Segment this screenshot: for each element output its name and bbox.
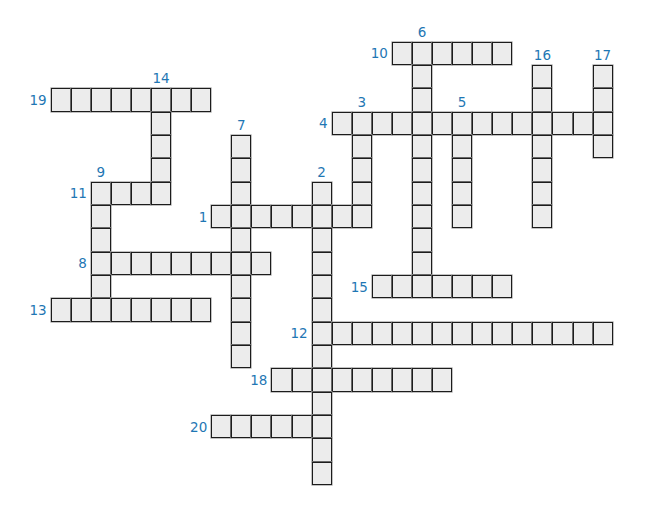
grid-cell-r6c24[interactable] [532, 182, 552, 205]
clue-number-14-down: 14 [141, 70, 181, 86]
grid-cell-r14c19[interactable] [432, 368, 452, 391]
grid-cell-r12c20[interactable] [452, 322, 472, 345]
grid-cell-r0c19[interactable] [432, 42, 452, 65]
grid-cell-r3c21[interactable] [472, 112, 492, 135]
grid-cell-r2c2[interactable] [91, 88, 111, 111]
grid-cell-r9c3[interactable] [111, 252, 131, 275]
grid-cell-r3c17[interactable] [392, 112, 412, 135]
grid-cell-r13c9[interactable] [231, 345, 251, 368]
grid-cell-r7c2[interactable] [91, 205, 111, 228]
grid-cell-r6c9[interactable] [231, 182, 251, 205]
grid-cell-r12c27[interactable] [593, 322, 613, 345]
grid-cell-r12c15[interactable] [352, 322, 372, 345]
grid-cell-r4c27[interactable] [593, 135, 613, 158]
clue-number-8-across: 8 [47, 255, 87, 271]
grid-cell-r8c2[interactable] [91, 228, 111, 251]
grid-cell-r9c13[interactable] [312, 252, 332, 275]
grid-cell-r3c20[interactable] [452, 112, 472, 135]
grid-cell-r7c20[interactable] [452, 205, 472, 228]
clue-number-20-across: 20 [167, 419, 207, 435]
grid-cell-r3c16[interactable] [372, 112, 392, 135]
grid-cell-r7c15[interactable] [352, 205, 372, 228]
grid-cell-r16c10[interactable] [251, 415, 271, 438]
grid-cell-r6c3[interactable] [111, 182, 131, 205]
clue-number-15-across: 15 [328, 279, 368, 295]
grid-cell-r9c4[interactable] [131, 252, 151, 275]
clue-number-1-across: 1 [167, 209, 207, 225]
grid-cell-r7c8[interactable] [211, 205, 231, 228]
clue-number-9-down: 9 [81, 164, 121, 180]
grid-cell-r7c9[interactable] [231, 205, 251, 228]
grid-cell-r10c22[interactable] [492, 275, 512, 298]
grid-cell-r7c12[interactable] [292, 205, 312, 228]
grid-cell-r14c15[interactable] [352, 368, 372, 391]
grid-cell-r9c8[interactable] [211, 252, 231, 275]
grid-cell-r11c2[interactable] [91, 298, 111, 321]
grid-cell-r7c24[interactable] [532, 205, 552, 228]
grid-cell-r12c19[interactable] [432, 322, 452, 345]
grid-cell-r5c18[interactable] [412, 158, 432, 181]
grid-cell-r6c13[interactable] [312, 182, 332, 205]
grid-cell-r0c22[interactable] [492, 42, 512, 65]
grid-cell-r9c2[interactable] [91, 252, 111, 275]
crossword-board: 1234567891011121314151617181920 [0, 0, 652, 510]
grid-cell-r3c5[interactable] [151, 112, 171, 135]
grid-cell-r3c25[interactable] [552, 112, 572, 135]
grid-cell-r12c13[interactable] [312, 322, 332, 345]
grid-cell-r11c3[interactable] [111, 298, 131, 321]
grid-cell-r12c18[interactable] [412, 322, 432, 345]
grid-cell-r10c20[interactable] [452, 275, 472, 298]
grid-cell-r12c26[interactable] [573, 322, 593, 345]
grid-cell-r16c12[interactable] [292, 415, 312, 438]
grid-cell-r14c11[interactable] [271, 368, 291, 391]
grid-cell-r12c14[interactable] [332, 322, 352, 345]
grid-cell-r11c1[interactable] [71, 298, 91, 321]
grid-cell-r12c21[interactable] [472, 322, 492, 345]
grid-cell-r2c4[interactable] [131, 88, 151, 111]
grid-cell-r12c17[interactable] [392, 322, 412, 345]
grid-cell-r7c11[interactable] [271, 205, 291, 228]
clue-number-17-down: 17 [583, 47, 623, 63]
grid-cell-r17c13[interactable] [312, 438, 332, 461]
grid-cell-r4c20[interactable] [452, 135, 472, 158]
grid-cell-r2c1[interactable] [71, 88, 91, 111]
grid-cell-r10c16[interactable] [372, 275, 392, 298]
grid-cell-r4c18[interactable] [412, 135, 432, 158]
grid-cell-r11c9[interactable] [231, 298, 251, 321]
grid-cell-r2c7[interactable] [191, 88, 211, 111]
grid-cell-r2c6[interactable] [171, 88, 191, 111]
grid-cell-r16c8[interactable] [211, 415, 231, 438]
grid-cell-r3c27[interactable] [593, 112, 613, 135]
grid-cell-r1c24[interactable] [532, 65, 552, 88]
grid-cell-r10c9[interactable] [231, 275, 251, 298]
grid-cell-r1c18[interactable] [412, 65, 432, 88]
clue-number-16-down: 16 [522, 47, 562, 63]
grid-cell-r14c13[interactable] [312, 368, 332, 391]
grid-cell-r3c24[interactable] [532, 112, 552, 135]
grid-cell-r4c24[interactable] [532, 135, 552, 158]
clue-number-19-across: 19 [7, 92, 47, 108]
grid-cell-r3c26[interactable] [573, 112, 593, 135]
grid-cell-r9c18[interactable] [412, 252, 432, 275]
grid-cell-r3c23[interactable] [512, 112, 532, 135]
grid-cell-r6c2[interactable] [91, 182, 111, 205]
clue-number-10-across: 10 [348, 45, 388, 61]
grid-cell-r10c19[interactable] [432, 275, 452, 298]
grid-cell-r16c9[interactable] [231, 415, 251, 438]
grid-cell-r4c9[interactable] [231, 135, 251, 158]
grid-cell-r7c10[interactable] [251, 205, 271, 228]
grid-cell-r11c4[interactable] [131, 298, 151, 321]
grid-cell-r4c15[interactable] [352, 135, 372, 158]
grid-cell-r12c9[interactable] [231, 322, 251, 345]
grid-cell-r6c5[interactable] [151, 182, 171, 205]
grid-cell-r2c24[interactable] [532, 88, 552, 111]
grid-cell-r8c9[interactable] [231, 228, 251, 251]
grid-cell-r15c13[interactable] [312, 392, 332, 415]
grid-cell-r12c16[interactable] [372, 322, 392, 345]
grid-cell-r11c13[interactable] [312, 298, 332, 321]
grid-cell-r18c13[interactable] [312, 462, 332, 485]
grid-cell-r9c10[interactable] [251, 252, 271, 275]
grid-cell-r11c6[interactable] [171, 298, 191, 321]
grid-cell-r11c0[interactable] [51, 298, 71, 321]
grid-cell-r7c18[interactable] [412, 205, 432, 228]
grid-cell-r11c5[interactable] [151, 298, 171, 321]
grid-cell-r14c16[interactable] [372, 368, 392, 391]
grid-cell-r5c15[interactable] [352, 158, 372, 181]
grid-cell-r9c5[interactable] [151, 252, 171, 275]
grid-cell-r6c15[interactable] [352, 182, 372, 205]
grid-cell-r12c23[interactable] [512, 322, 532, 345]
grid-cell-r8c13[interactable] [312, 228, 332, 251]
clue-number-3-down: 3 [342, 94, 382, 110]
grid-cell-r0c18[interactable] [412, 42, 432, 65]
grid-cell-r6c4[interactable] [131, 182, 151, 205]
grid-cell-r10c21[interactable] [472, 275, 492, 298]
clue-number-11-across: 11 [47, 185, 87, 201]
grid-cell-r2c5[interactable] [151, 88, 171, 111]
grid-cell-r6c20[interactable] [452, 182, 472, 205]
grid-cell-r12c22[interactable] [492, 322, 512, 345]
grid-cell-r3c19[interactable] [432, 112, 452, 135]
grid-cell-r7c14[interactable] [332, 205, 352, 228]
grid-cell-r3c22[interactable] [492, 112, 512, 135]
grid-cell-r5c9[interactable] [231, 158, 251, 181]
grid-cell-r2c27[interactable] [593, 88, 613, 111]
clue-number-5-down: 5 [442, 94, 482, 110]
clue-number-18-across: 18 [227, 372, 267, 388]
grid-cell-r7c13[interactable] [312, 205, 332, 228]
clue-number-7-down: 7 [221, 117, 261, 133]
clue-number-2-down: 2 [302, 164, 342, 180]
grid-cell-r2c0[interactable] [51, 88, 71, 111]
grid-cell-r14c12[interactable] [292, 368, 312, 391]
grid-cell-r14c18[interactable] [412, 368, 432, 391]
grid-cell-r5c20[interactable] [452, 158, 472, 181]
grid-cell-r0c20[interactable] [452, 42, 472, 65]
clue-number-4-across: 4 [288, 115, 328, 131]
grid-cell-r1c27[interactable] [593, 65, 613, 88]
grid-cell-r3c14[interactable] [332, 112, 352, 135]
grid-cell-r5c24[interactable] [532, 158, 552, 181]
grid-cell-r6c18[interactable] [412, 182, 432, 205]
grid-cell-r14c17[interactable] [392, 368, 412, 391]
grid-cell-r13c13[interactable] [312, 345, 332, 368]
grid-cell-r2c18[interactable] [412, 88, 432, 111]
grid-cell-r4c5[interactable] [151, 135, 171, 158]
grid-cell-r0c17[interactable] [392, 42, 412, 65]
grid-cell-r9c6[interactable] [171, 252, 191, 275]
grid-cell-r9c9[interactable] [231, 252, 251, 275]
grid-cell-r2c3[interactable] [111, 88, 131, 111]
grid-cell-r11c7[interactable] [191, 298, 211, 321]
clue-number-6-down: 6 [402, 24, 442, 40]
grid-cell-r10c18[interactable] [412, 275, 432, 298]
grid-cell-r5c5[interactable] [151, 158, 171, 181]
clue-number-12-across: 12 [268, 325, 308, 341]
grid-cell-r10c17[interactable] [392, 275, 412, 298]
grid-cell-r3c18[interactable] [412, 112, 432, 135]
grid-cell-r14c14[interactable] [332, 368, 352, 391]
grid-cell-r10c2[interactable] [91, 275, 111, 298]
grid-cell-r16c13[interactable] [312, 415, 332, 438]
clue-number-13-across: 13 [7, 302, 47, 318]
grid-cell-r3c15[interactable] [352, 112, 372, 135]
grid-cell-r16c11[interactable] [271, 415, 291, 438]
grid-cell-r12c24[interactable] [532, 322, 552, 345]
grid-cell-r9c7[interactable] [191, 252, 211, 275]
grid-cell-r0c21[interactable] [472, 42, 492, 65]
grid-cell-r8c18[interactable] [412, 228, 432, 251]
grid-cell-r12c25[interactable] [552, 322, 572, 345]
